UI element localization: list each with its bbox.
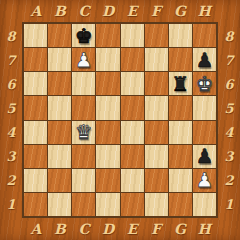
square-e2[interactable] [121, 169, 144, 192]
square-f5[interactable] [145, 96, 168, 119]
file-label-f: F [144, 218, 168, 240]
square-d6[interactable] [96, 72, 119, 95]
rank-label-6: 6 [0, 72, 22, 96]
square-a3[interactable] [24, 145, 47, 168]
rank-label-1: 1 [218, 192, 240, 216]
piece-white-pawn[interactable]: ♟ [75, 49, 93, 71]
piece-black-pawn[interactable]: ♟ [195, 145, 213, 167]
square-c3[interactable] [72, 145, 95, 168]
square-h7[interactable]: ♟ [193, 48, 216, 71]
rank-label-7: 7 [218, 48, 240, 72]
square-c4[interactable]: ♛ [72, 121, 95, 144]
square-b2[interactable] [48, 169, 71, 192]
square-g3[interactable] [169, 145, 192, 168]
square-h8[interactable] [193, 24, 216, 47]
file-label-b: B [48, 218, 72, 240]
square-b6[interactable] [48, 72, 71, 95]
square-g8[interactable] [169, 24, 192, 47]
file-label-c: C [72, 0, 96, 22]
square-c2[interactable] [72, 169, 95, 192]
rank-label-5: 5 [218, 96, 240, 120]
rank-label-3: 3 [0, 144, 22, 168]
piece-white-pawn[interactable]: ♟ [195, 169, 213, 191]
file-label-e: E [120, 218, 144, 240]
square-g1[interactable] [169, 193, 192, 216]
rank-label-5: 5 [0, 96, 22, 120]
square-b3[interactable] [48, 145, 71, 168]
square-d4[interactable] [96, 121, 119, 144]
file-label-d: D [96, 218, 120, 240]
square-c6[interactable] [72, 72, 95, 95]
square-d3[interactable] [96, 145, 119, 168]
square-d7[interactable] [96, 48, 119, 71]
square-b4[interactable] [48, 121, 71, 144]
file-label-g: G [168, 218, 192, 240]
square-f4[interactable] [145, 121, 168, 144]
square-d5[interactable] [96, 96, 119, 119]
square-f1[interactable] [145, 193, 168, 216]
square-e4[interactable] [121, 121, 144, 144]
file-label-d: D [96, 0, 120, 22]
rank-label-6: 6 [218, 72, 240, 96]
square-g5[interactable] [169, 96, 192, 119]
square-h6[interactable]: ♚ [193, 72, 216, 95]
square-f6[interactable] [145, 72, 168, 95]
piece-white-king[interactable]: ♚ [195, 73, 213, 95]
square-b1[interactable] [48, 193, 71, 216]
square-c5[interactable] [72, 96, 95, 119]
square-h3[interactable]: ♟ [193, 145, 216, 168]
square-g2[interactable] [169, 169, 192, 192]
square-e8[interactable] [121, 24, 144, 47]
rank-label-8: 8 [218, 24, 240, 48]
square-e7[interactable] [121, 48, 144, 71]
square-d2[interactable] [96, 169, 119, 192]
file-labels-bottom: ABCDEFGH [24, 218, 216, 240]
rank-label-2: 2 [218, 168, 240, 192]
file-labels-top: ABCDEFGH [24, 0, 216, 22]
square-h4[interactable] [193, 121, 216, 144]
file-label-e: E [120, 0, 144, 22]
piece-black-pawn[interactable]: ♟ [195, 49, 213, 71]
square-b8[interactable] [48, 24, 71, 47]
square-h5[interactable] [193, 96, 216, 119]
square-e3[interactable] [121, 145, 144, 168]
piece-white-queen[interactable]: ♛ [75, 121, 93, 143]
square-a1[interactable] [24, 193, 47, 216]
piece-black-king[interactable]: ♚ [75, 25, 93, 47]
square-b5[interactable] [48, 96, 71, 119]
square-a2[interactable] [24, 169, 47, 192]
square-a5[interactable] [24, 96, 47, 119]
square-f3[interactable] [145, 145, 168, 168]
square-h1[interactable] [193, 193, 216, 216]
square-a6[interactable] [24, 72, 47, 95]
square-e5[interactable] [121, 96, 144, 119]
square-a8[interactable] [24, 24, 47, 47]
rank-labels-left: 87654321 [0, 24, 22, 216]
file-label-h: H [192, 218, 216, 240]
rank-label-3: 3 [218, 144, 240, 168]
square-g6[interactable]: ♜ [169, 72, 192, 95]
file-label-f: F [144, 0, 168, 22]
square-g4[interactable] [169, 121, 192, 144]
square-f2[interactable] [145, 169, 168, 192]
file-label-a: A [24, 218, 48, 240]
square-g7[interactable] [169, 48, 192, 71]
rank-label-8: 8 [0, 24, 22, 48]
square-d1[interactable] [96, 193, 119, 216]
board-frame: ABCDEFGH ABCDEFGH 87654321 87654321 ♚♟♟♜… [0, 0, 240, 240]
square-c1[interactable] [72, 193, 95, 216]
file-label-c: C [72, 218, 96, 240]
file-label-b: B [48, 0, 72, 22]
square-a4[interactable] [24, 121, 47, 144]
piece-black-rook[interactable]: ♜ [171, 73, 189, 95]
rank-label-1: 1 [0, 192, 22, 216]
square-e1[interactable] [121, 193, 144, 216]
file-label-g: G [168, 0, 192, 22]
square-e6[interactable] [121, 72, 144, 95]
square-h2[interactable]: ♟ [193, 169, 216, 192]
rank-label-4: 4 [0, 120, 22, 144]
file-label-a: A [24, 0, 48, 22]
rank-labels-right: 87654321 [218, 24, 240, 216]
square-b7[interactable] [48, 48, 71, 71]
rank-label-7: 7 [0, 48, 22, 72]
board: ♚♟♟♜♚♛♟♟ [22, 22, 218, 218]
rank-label-4: 4 [218, 120, 240, 144]
file-label-h: H [192, 0, 216, 22]
square-f8[interactable] [145, 24, 168, 47]
square-d8[interactable] [96, 24, 119, 47]
square-f7[interactable] [145, 48, 168, 71]
square-a7[interactable] [24, 48, 47, 71]
square-c8[interactable]: ♚ [72, 24, 95, 47]
rank-label-2: 2 [0, 168, 22, 192]
square-c7[interactable]: ♟ [72, 48, 95, 71]
